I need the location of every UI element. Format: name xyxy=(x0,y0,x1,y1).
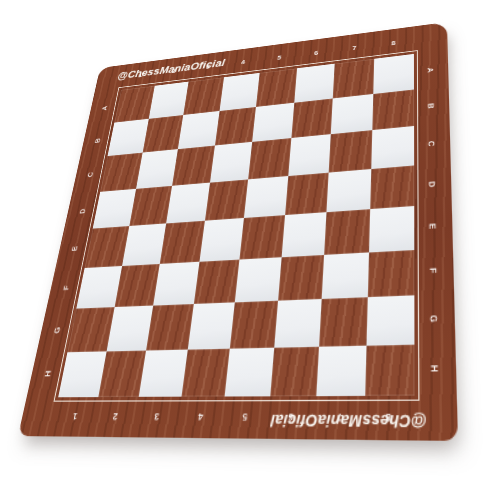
square-D3 xyxy=(166,182,209,223)
coord-top-4: 4 xyxy=(225,56,262,68)
square-H8 xyxy=(365,344,415,396)
square-H3 xyxy=(139,349,188,397)
chess-mat: @ChessManiaOficial @ChessManiaOficial 12… xyxy=(18,22,458,441)
square-C5 xyxy=(248,138,291,179)
square-G5 xyxy=(230,301,278,348)
square-D4 xyxy=(204,179,248,221)
square-D6 xyxy=(285,172,329,215)
coord-bottom-5: 5 xyxy=(222,410,269,423)
square-E8 xyxy=(368,206,414,252)
square-C7 xyxy=(329,130,372,172)
square-E5 xyxy=(239,215,284,259)
coord-bottom-2: 2 xyxy=(94,410,137,422)
coord-top-8: 8 xyxy=(374,37,414,50)
coord-bottom-3: 3 xyxy=(135,410,179,422)
square-A4 xyxy=(219,73,259,111)
square-H5 xyxy=(225,347,274,396)
square-G3 xyxy=(146,304,193,350)
square-A6 xyxy=(294,64,335,103)
square-F3 xyxy=(153,261,199,305)
square-A7 xyxy=(333,59,374,98)
square-H4 xyxy=(181,348,230,397)
coord-top-6: 6 xyxy=(297,47,335,60)
square-E3 xyxy=(160,221,205,264)
square-A8 xyxy=(373,54,414,94)
square-G6 xyxy=(274,299,322,347)
square-D5 xyxy=(244,176,288,218)
coord-bottom-1: 1 xyxy=(54,410,96,422)
square-F5 xyxy=(235,257,281,303)
square-D7 xyxy=(326,169,370,213)
square-F6 xyxy=(278,254,325,300)
square-B4 xyxy=(215,107,256,146)
board-frame xyxy=(53,50,419,402)
square-C6 xyxy=(288,134,331,175)
square-E4 xyxy=(199,218,244,261)
square-F7 xyxy=(322,252,369,299)
product-photo: @ChessManiaOficial @ChessManiaOficial 12… xyxy=(0,0,499,499)
square-B5 xyxy=(252,102,294,142)
square-C4 xyxy=(210,142,253,182)
square-B3 xyxy=(178,111,219,150)
square-G7 xyxy=(319,297,367,346)
square-G8 xyxy=(366,295,414,345)
square-F8 xyxy=(367,249,414,297)
square-A3 xyxy=(183,77,223,114)
square-H7 xyxy=(316,345,366,396)
square-C3 xyxy=(172,146,214,186)
square-G4 xyxy=(187,302,234,349)
square-H6 xyxy=(270,346,319,396)
right-letter-coordinates: ABCDEFGH xyxy=(425,52,441,395)
square-B8 xyxy=(372,89,414,130)
square-F4 xyxy=(193,259,239,304)
brand-text-bottom: @ChessManiaOficial xyxy=(270,411,427,431)
square-E7 xyxy=(324,209,370,254)
square-B6 xyxy=(291,98,333,138)
square-E6 xyxy=(281,212,326,257)
coord-top-7: 7 xyxy=(335,42,374,55)
chess-board xyxy=(58,54,414,397)
coord-top-5: 5 xyxy=(261,52,298,64)
square-B7 xyxy=(331,94,373,135)
coord-bottom-4: 4 xyxy=(178,410,223,422)
square-C8 xyxy=(371,126,414,169)
square-D8 xyxy=(370,165,415,209)
square-A5 xyxy=(256,68,297,106)
